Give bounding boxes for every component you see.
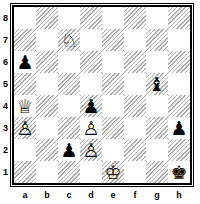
square-e2[interactable] xyxy=(102,139,124,161)
rank-label-8: 8 xyxy=(0,7,9,29)
square-a3[interactable]: ♙ xyxy=(14,117,36,139)
square-f8[interactable] xyxy=(124,7,146,29)
square-e7[interactable] xyxy=(102,29,124,51)
file-label-e: e xyxy=(102,189,124,201)
square-d5[interactable] xyxy=(80,73,102,95)
rank-label-7: 7 xyxy=(0,29,9,51)
piece-black-pawn: ♟ xyxy=(170,117,187,139)
square-e8[interactable] xyxy=(102,7,124,29)
square-c3[interactable] xyxy=(58,117,80,139)
square-d2[interactable]: ♙ xyxy=(80,139,102,161)
square-f1[interactable] xyxy=(124,161,146,183)
file-label-h: h xyxy=(168,189,190,201)
square-f7[interactable] xyxy=(124,29,146,51)
piece-white-king: ♔ xyxy=(104,161,121,183)
piece-black-bishop: ♝ xyxy=(148,73,165,95)
square-d4[interactable]: ♟ xyxy=(80,95,102,117)
rank-label-5: 5 xyxy=(0,73,9,95)
piece-black-king: ♚ xyxy=(170,161,187,183)
square-a6[interactable]: ♟ xyxy=(14,51,36,73)
rank-label-4: 4 xyxy=(0,95,9,117)
piece-white-pawn: ♙ xyxy=(16,117,33,139)
chess-diagram: 87654321 ♘♟♝♕♟♙♙♟♟♙♔♚ abcdefgh xyxy=(0,0,200,204)
square-h3[interactable]: ♟ xyxy=(168,117,190,139)
square-h6[interactable] xyxy=(168,51,190,73)
square-h1[interactable]: ♚ xyxy=(168,161,190,183)
square-f3[interactable] xyxy=(124,117,146,139)
file-labels: abcdefgh xyxy=(14,189,190,201)
rank-label-6: 6 xyxy=(0,51,9,73)
square-c6[interactable] xyxy=(58,51,80,73)
square-g8[interactable] xyxy=(146,7,168,29)
square-f4[interactable] xyxy=(124,95,146,117)
square-e6[interactable] xyxy=(102,51,124,73)
square-d3[interactable]: ♙ xyxy=(80,117,102,139)
rank-label-1: 1 xyxy=(0,161,9,183)
square-f5[interactable] xyxy=(124,73,146,95)
square-a8[interactable] xyxy=(14,7,36,29)
square-e5[interactable] xyxy=(102,73,124,95)
rank-labels: 87654321 xyxy=(0,7,9,183)
board-inner-frame: ♘♟♝♕♟♙♙♟♟♙♔♚ xyxy=(12,5,192,185)
square-g7[interactable] xyxy=(146,29,168,51)
square-g2[interactable] xyxy=(146,139,168,161)
square-b1[interactable] xyxy=(36,161,58,183)
square-c7[interactable]: ♘ xyxy=(58,29,80,51)
square-g3[interactable] xyxy=(146,117,168,139)
square-c4[interactable] xyxy=(58,95,80,117)
board-frame: ♘♟♝♕♟♙♙♟♟♙♔♚ xyxy=(10,3,194,187)
chess-board: ♘♟♝♕♟♙♙♟♟♙♔♚ xyxy=(14,7,190,183)
square-a1[interactable] xyxy=(14,161,36,183)
square-f2[interactable] xyxy=(124,139,146,161)
square-h7[interactable] xyxy=(168,29,190,51)
square-d6[interactable] xyxy=(80,51,102,73)
square-a7[interactable] xyxy=(14,29,36,51)
rank-label-3: 3 xyxy=(0,117,9,139)
square-h5[interactable] xyxy=(168,73,190,95)
square-g1[interactable] xyxy=(146,161,168,183)
square-d1[interactable] xyxy=(80,161,102,183)
rank-label-2: 2 xyxy=(0,139,9,161)
square-h4[interactable] xyxy=(168,95,190,117)
square-g6[interactable] xyxy=(146,51,168,73)
file-label-d: d xyxy=(80,189,102,201)
square-c5[interactable] xyxy=(58,73,80,95)
square-c2[interactable]: ♟ xyxy=(58,139,80,161)
piece-black-pawn: ♟ xyxy=(60,139,77,161)
square-b3[interactable] xyxy=(36,117,58,139)
file-label-g: g xyxy=(146,189,168,201)
piece-white-queen: ♕ xyxy=(16,95,33,117)
file-label-a: a xyxy=(14,189,36,201)
square-e1[interactable]: ♔ xyxy=(102,161,124,183)
square-b5[interactable] xyxy=(36,73,58,95)
square-h2[interactable] xyxy=(168,139,190,161)
piece-white-pawn: ♙ xyxy=(82,117,99,139)
square-c8[interactable] xyxy=(58,7,80,29)
square-e4[interactable] xyxy=(102,95,124,117)
square-b4[interactable] xyxy=(36,95,58,117)
square-d8[interactable] xyxy=(80,7,102,29)
square-c1[interactable] xyxy=(58,161,80,183)
square-b7[interactable] xyxy=(36,29,58,51)
square-f6[interactable] xyxy=(124,51,146,73)
square-b6[interactable] xyxy=(36,51,58,73)
square-g4[interactable] xyxy=(146,95,168,117)
square-h8[interactable] xyxy=(168,7,190,29)
piece-white-pawn: ♙ xyxy=(82,139,99,161)
square-a5[interactable] xyxy=(14,73,36,95)
piece-white-knight: ♘ xyxy=(60,29,77,51)
file-label-b: b xyxy=(36,189,58,201)
piece-black-pawn: ♟ xyxy=(16,51,33,73)
piece-black-pawn: ♟ xyxy=(82,95,99,117)
square-d7[interactable] xyxy=(80,29,102,51)
square-a2[interactable] xyxy=(14,139,36,161)
square-b8[interactable] xyxy=(36,7,58,29)
square-g5[interactable]: ♝ xyxy=(146,73,168,95)
file-label-f: f xyxy=(124,189,146,201)
square-e3[interactable] xyxy=(102,117,124,139)
square-b2[interactable] xyxy=(36,139,58,161)
square-a4[interactable]: ♕ xyxy=(14,95,36,117)
file-label-c: c xyxy=(58,189,80,201)
